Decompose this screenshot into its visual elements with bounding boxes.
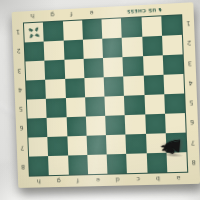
square-g2 bbox=[44, 41, 64, 61]
square-d2 bbox=[102, 38, 122, 58]
rank-label-8: 8 bbox=[17, 157, 29, 177]
square-g3 bbox=[45, 60, 65, 80]
file-label-e: e bbox=[88, 175, 108, 187]
square-b6 bbox=[145, 114, 166, 134]
square-b4 bbox=[143, 75, 164, 95]
rank-label-4: 4 bbox=[184, 73, 196, 93]
rank-label-5: 5 bbox=[185, 93, 197, 113]
square-b2 bbox=[142, 36, 163, 56]
square-g8 bbox=[48, 156, 68, 176]
square-h6 bbox=[28, 118, 48, 138]
file-label-g: g bbox=[48, 176, 68, 188]
file-label-c: c bbox=[127, 174, 148, 186]
square-h2 bbox=[25, 42, 45, 62]
square-f6 bbox=[66, 117, 86, 137]
us-chess-logo-icon: ♞ bbox=[157, 7, 162, 12]
rank-label-2: 2 bbox=[13, 42, 25, 62]
square-b1 bbox=[141, 16, 162, 36]
rank-label-1: 1 bbox=[12, 22, 24, 42]
square-h8 bbox=[29, 156, 49, 176]
square-c5 bbox=[124, 95, 145, 115]
square-f8 bbox=[68, 155, 88, 175]
square-a1 bbox=[161, 15, 182, 36]
square-d7 bbox=[106, 135, 126, 155]
square-f4 bbox=[65, 78, 85, 98]
square-f3 bbox=[64, 59, 84, 79]
square-b3 bbox=[143, 55, 164, 75]
square-c8 bbox=[126, 153, 147, 173]
file-label-e: e bbox=[81, 7, 101, 19]
file-label-f: f bbox=[62, 8, 82, 20]
square-d1 bbox=[101, 18, 121, 38]
four-knights-circle-logo: ♞♞♞♞ bbox=[27, 26, 40, 40]
rank-label-6: 6 bbox=[186, 113, 198, 133]
square-a4 bbox=[163, 74, 184, 94]
square-e8 bbox=[87, 154, 107, 174]
square-h4 bbox=[26, 80, 46, 100]
square-g4 bbox=[45, 79, 65, 99]
square-h7 bbox=[28, 137, 48, 157]
rank-label-1: 1 bbox=[182, 14, 194, 34]
square-g5 bbox=[46, 98, 66, 118]
square-e3 bbox=[83, 58, 103, 78]
square-e2 bbox=[83, 39, 103, 59]
file-label-f: f bbox=[68, 175, 88, 187]
square-f1 bbox=[62, 20, 82, 40]
emblem-knight-icon: ♞ bbox=[33, 31, 42, 40]
rank-label-5: 5 bbox=[15, 100, 27, 120]
rank-label-7: 7 bbox=[16, 138, 28, 158]
square-c1 bbox=[121, 17, 142, 37]
file-label-h: h bbox=[29, 176, 49, 187]
square-a5 bbox=[164, 94, 185, 114]
file-label-a: a bbox=[168, 173, 189, 185]
square-d5 bbox=[104, 96, 124, 116]
square-f5 bbox=[65, 97, 85, 117]
square-g7 bbox=[48, 136, 68, 156]
black-knight-lying-on-side: ♞ bbox=[153, 132, 189, 160]
square-f7 bbox=[67, 136, 87, 156]
rank-label-2: 2 bbox=[183, 33, 195, 53]
rank-label-4: 4 bbox=[14, 80, 26, 100]
rank-label-6: 6 bbox=[16, 119, 28, 139]
square-h5 bbox=[27, 99, 47, 119]
square-g6 bbox=[47, 117, 67, 137]
chess-board: hgfedcba hgfedcba 12345678 12345678 ♞ US… bbox=[12, 2, 200, 188]
square-c7 bbox=[126, 134, 147, 154]
square-e5 bbox=[85, 97, 105, 117]
square-d6 bbox=[105, 115, 125, 135]
rank-label-3: 3 bbox=[14, 61, 26, 81]
file-label-g: g bbox=[42, 9, 62, 21]
file-label-h: h bbox=[23, 10, 43, 22]
square-f2 bbox=[63, 40, 83, 60]
square-d3 bbox=[103, 57, 123, 77]
square-e6 bbox=[86, 116, 106, 136]
square-c3 bbox=[123, 56, 144, 76]
square-a2 bbox=[162, 35, 183, 55]
square-a6 bbox=[165, 113, 186, 133]
square-h3 bbox=[25, 61, 45, 81]
rank-label-8: 8 bbox=[187, 153, 199, 173]
square-c6 bbox=[125, 114, 146, 134]
square-d8 bbox=[107, 154, 127, 174]
square-h1: ♞♞♞♞ bbox=[24, 22, 44, 42]
file-label-b: b bbox=[148, 173, 169, 185]
black-knight-icon: ♞ bbox=[158, 134, 185, 158]
us-chess-brand-text: US CHESS bbox=[126, 7, 156, 14]
rank-label-3: 3 bbox=[184, 53, 196, 73]
square-e1 bbox=[82, 19, 102, 39]
square-c4 bbox=[123, 76, 144, 96]
square-e7 bbox=[86, 135, 106, 155]
square-g1 bbox=[43, 21, 63, 41]
square-e4 bbox=[84, 77, 104, 97]
square-b5 bbox=[144, 94, 165, 114]
file-label-d: d bbox=[107, 174, 127, 186]
square-c2 bbox=[122, 37, 143, 57]
square-a3 bbox=[163, 54, 184, 74]
square-d4 bbox=[104, 76, 124, 96]
